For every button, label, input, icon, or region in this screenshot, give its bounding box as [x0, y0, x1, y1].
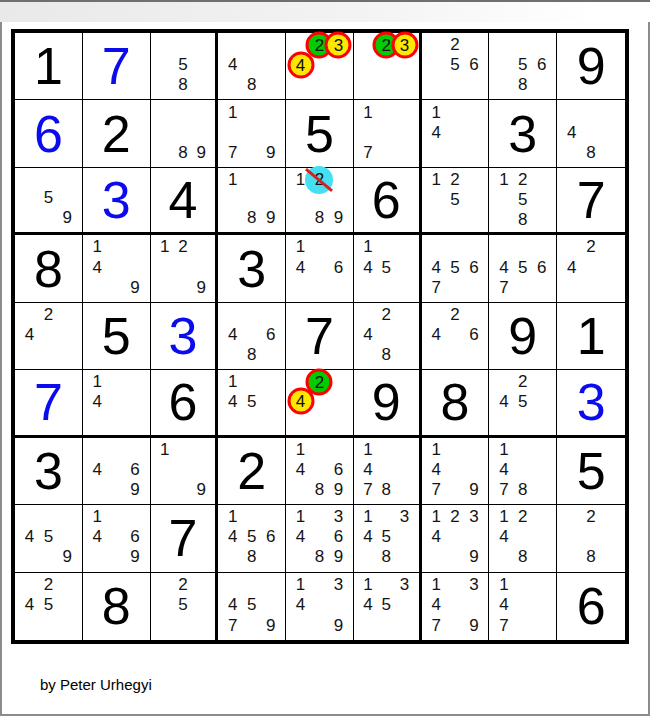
given-digit: 3 — [34, 445, 63, 497]
cell-r5c8[interactable]: 9 — [489, 303, 557, 370]
pencilmark-slot-3 — [465, 305, 484, 325]
pencilmark-slot-7 — [20, 345, 39, 365]
candidate-digit: 8 — [315, 208, 324, 228]
given-digit: 6 — [577, 580, 606, 632]
pencilmark-slot-9: 9 — [192, 143, 210, 163]
pencilmark-slot-6: 6 — [465, 257, 484, 277]
pencilmarks: 234 — [286, 33, 353, 99]
pencilmark-slot-4: 4 — [427, 527, 446, 547]
candidate-digit: 4 — [296, 258, 305, 278]
pencilmark-slot-5 — [581, 257, 600, 277]
cell-r8c9[interactable]: 28 — [557, 505, 625, 572]
cell-r9c4[interactable]: 4579 — [218, 573, 286, 640]
pencilmarks: 14 — [422, 100, 489, 166]
pencilmarks: 28 — [557, 505, 625, 571]
pencilmark-slot-4: 4 — [291, 257, 310, 277]
cell-r7c5[interactable]: 14689 — [286, 438, 354, 505]
cell-r7c7[interactable]: 1479 — [422, 438, 490, 505]
pencilmark-slot-2 — [377, 237, 395, 257]
cell-r5c3[interactable]: 3 — [151, 303, 219, 370]
pencilmark-slot-8 — [174, 616, 192, 636]
pencilmark-slot-2 — [39, 170, 58, 188]
pencilmarks: 14689 — [286, 438, 353, 504]
pencilmark-slot-5 — [310, 257, 329, 277]
cell-r5c5[interactable]: 7 — [286, 303, 354, 370]
pencilmark-slot-9 — [465, 75, 484, 95]
cell-r9c5[interactable]: 1349 — [286, 573, 354, 640]
pencilmark-slot-4: 4 — [291, 392, 310, 411]
cell-r4c2[interactable]: 149 — [83, 235, 151, 302]
given-digit: 2 — [237, 445, 266, 497]
pencilmark-slot-6 — [532, 527, 551, 547]
cell-r3c1[interactable]: 59 — [15, 168, 83, 235]
pencilmark-slot-3 — [532, 440, 551, 460]
cell-r5c9[interactable]: 1 — [557, 303, 625, 370]
pencilmark-slot-8 — [446, 75, 465, 95]
cell-r9c8[interactable]: 147 — [489, 573, 557, 640]
cell-r9c6[interactable]: 1345 — [354, 573, 422, 640]
pencilmark-slot-1: 1 — [427, 102, 446, 122]
cell-r4c1[interactable]: 8 — [15, 235, 83, 302]
pencilmark-slot-7 — [156, 75, 174, 95]
pencilmark-slot-3: 3 — [395, 575, 413, 595]
candidate-digit: 1 — [499, 575, 508, 595]
cell-r3c5[interactable]: 1289 — [286, 168, 354, 235]
puzzle-credit: by Peter Urhegyi — [40, 676, 152, 693]
candidate-digit: 4 — [499, 527, 508, 547]
cell-r7c4[interactable]: 2 — [218, 438, 286, 505]
pencilmark-slot-7 — [562, 547, 581, 567]
pencilmark-slot-5: 5 — [39, 527, 58, 547]
pencilmark-slot-8 — [446, 210, 465, 228]
given-digit: 4 — [168, 174, 197, 226]
pencilmark-slot-7 — [20, 208, 39, 228]
pencilmark-slot-7 — [20, 547, 39, 567]
pencilmarks: 17 — [354, 100, 419, 166]
pencilmark-slot-2 — [107, 372, 126, 392]
solved-digit: 3 — [168, 310, 197, 362]
given-digit: 3 — [508, 108, 537, 160]
cell-r1c2[interactable]: 7 — [83, 33, 151, 100]
pencilmark-slot-8: 8 — [310, 208, 329, 228]
candidate-digit: 6 — [334, 460, 343, 480]
candidate-digit: 7 — [228, 143, 237, 163]
pencilmark-slot-3: 3 — [329, 507, 348, 527]
pencilmarks: 149 — [83, 235, 150, 301]
candidate-digit: 9 — [266, 143, 275, 163]
candidate-digit: 1 — [160, 237, 169, 257]
pencilmark-slot-6 — [126, 392, 145, 412]
pencilmark-slot-6: 6 — [465, 325, 484, 345]
pencilmark-slot-1: 1 — [359, 575, 377, 595]
pencilmark-slot-1 — [20, 170, 39, 188]
cell-r2c7[interactable]: 14 — [422, 100, 490, 167]
candidate-digit: 9 — [130, 547, 139, 567]
pencilmark-slot-9 — [601, 143, 620, 163]
pencilmark-slot-2 — [242, 372, 261, 392]
pencilmark-slot-8 — [513, 616, 532, 636]
candidate-digit: 2 — [44, 575, 53, 595]
cell-r7c3[interactable]: 19 — [151, 438, 219, 505]
cell-r1c8[interactable]: 568 — [489, 33, 557, 100]
pencilmarks: 4567 — [422, 235, 489, 301]
pencilmarks: 1258 — [489, 168, 556, 232]
cell-r4c4[interactable]: 3 — [218, 235, 286, 302]
cell-r9c7[interactable]: 13479 — [422, 573, 490, 640]
candidate-digit: 2 — [586, 507, 595, 527]
candidate-digit: 4 — [296, 460, 305, 480]
candidate-digit: 4 — [363, 325, 372, 345]
pencilmark-slot-8: 8 — [310, 480, 329, 500]
cell-r1c6[interactable]: 23 — [354, 33, 422, 100]
cell-r5c7[interactable]: 246 — [422, 303, 490, 370]
pencilmark-slot-8: 8 — [377, 547, 395, 567]
candidate-digit: 5 — [247, 595, 256, 615]
candidate-digit: 4 — [92, 392, 101, 412]
pencilmark-slot-3 — [261, 35, 280, 55]
pencilmark-slot-9: 9 — [329, 616, 348, 636]
cell-r7c8[interactable]: 1478 — [489, 438, 557, 505]
pencilmark-slot-5 — [513, 460, 532, 480]
candidate-digit: 9 — [63, 208, 72, 228]
cell-r1c9[interactable]: 9 — [557, 33, 625, 100]
candidate-digit: 1 — [296, 575, 305, 595]
candidate-digit: 1 — [92, 372, 101, 392]
pencilmarks: 4579 — [218, 573, 285, 640]
cell-r6c6[interactable]: 9 — [354, 370, 422, 437]
pencilmark-slot-1: 1 — [156, 237, 174, 257]
given-digit: 7 — [305, 310, 334, 362]
pencilmark-slot-4: 4 — [562, 123, 581, 143]
pencilmark-slot-6 — [192, 257, 210, 277]
cell-r4c5[interactable]: 146 — [286, 235, 354, 302]
candidate-digit: 4 — [92, 258, 101, 278]
pencilmark-slot-5 — [513, 595, 532, 615]
cell-r4c6[interactable]: 145 — [354, 235, 422, 302]
cell-r9c9[interactable]: 6 — [557, 573, 625, 640]
pencilmark-slot-1: 1 — [359, 237, 377, 257]
pencilmark-slot-7 — [88, 480, 107, 500]
pencilmark-slot-7 — [562, 143, 581, 163]
cell-r8c7[interactable]: 12349 — [422, 505, 490, 572]
pencilmark-slot-8: 8 — [513, 480, 532, 500]
cell-r9c3[interactable]: 25 — [151, 573, 219, 640]
candidate-digit: 4 — [431, 258, 440, 278]
cell-r6c9[interactable]: 3 — [557, 370, 625, 437]
cell-r9c2[interactable]: 8 — [83, 573, 151, 640]
candidate-digit: 1 — [363, 507, 372, 527]
pencilmark-slot-4: 4 — [223, 527, 242, 547]
candidate-digit: 4 — [499, 595, 508, 615]
pencilmark-slot-4 — [427, 55, 446, 75]
cell-r1c4[interactable]: 48 — [218, 33, 286, 100]
pencilmark-slot-7 — [156, 278, 174, 298]
pencilmark-slot-2: 2 — [377, 305, 395, 325]
pencilmark-slot-4: 4 — [291, 460, 310, 480]
candidate-digit: 4 — [431, 595, 440, 615]
cell-r2c3[interactable]: 89 — [151, 100, 219, 167]
cell-r7c6[interactable]: 1478 — [354, 438, 422, 505]
pencilmark-slot-2 — [513, 237, 532, 257]
cell-r1c7[interactable]: 256 — [422, 33, 490, 100]
cell-r3c4[interactable]: 189 — [218, 168, 286, 235]
pencilmarks: 568 — [489, 33, 556, 99]
pencilmark-slot-8 — [107, 278, 126, 298]
pencilmark-slot-4 — [20, 188, 39, 208]
cell-r5c1[interactable]: 24 — [15, 303, 83, 370]
pencilmarks: 245 — [489, 370, 556, 434]
candidate-digit: 5 — [247, 527, 256, 547]
pencilmark-slot-5 — [446, 123, 465, 143]
cell-r1c3[interactable]: 58 — [151, 33, 219, 100]
cell-r2c2[interactable]: 2 — [83, 100, 151, 167]
candidate-digit: 8 — [518, 75, 527, 95]
cell-r2c5[interactable]: 5 — [286, 100, 354, 167]
given-digit: 7 — [577, 174, 606, 226]
pencilmark-slot-4 — [359, 55, 377, 75]
pencilmarks: 24 — [286, 370, 353, 434]
pencilmark-slot-3 — [395, 440, 413, 460]
cell-r8c4[interactable]: 14568 — [218, 505, 286, 572]
cell-r6c5[interactable]: 24 — [286, 370, 354, 437]
cell-r6c3[interactable]: 6 — [151, 370, 219, 437]
given-digit: 3 — [237, 243, 266, 295]
candidate-digit: 7 — [431, 278, 440, 298]
candidate-digit: 6 — [469, 55, 478, 75]
pencilmark-slot-4: 4 — [427, 257, 446, 277]
cell-r6c4[interactable]: 145 — [218, 370, 286, 437]
candidate-digit: 7 — [431, 616, 440, 636]
given-digit: 1 — [34, 40, 63, 92]
pencilmark-slot-5: 5 — [39, 188, 58, 208]
pencilmark-slot-2 — [446, 575, 465, 595]
cell-r8c2[interactable]: 1469 — [83, 505, 151, 572]
cell-r7c2[interactable]: 469 — [83, 438, 151, 505]
pencilmark-slot-9: 9 — [58, 547, 77, 567]
cell-r3c8[interactable]: 1258 — [489, 168, 557, 235]
pencilmark-slot-7 — [359, 616, 377, 636]
cell-r2c4[interactable]: 179 — [218, 100, 286, 167]
cell-r6c7[interactable]: 8 — [422, 370, 490, 437]
pencilmark-slot-4: 4 — [427, 460, 446, 480]
pencilmark-slot-6: 6 — [261, 325, 280, 345]
pencilmark-slot-5 — [39, 325, 58, 345]
pencilmark-slot-4: 4 — [223, 595, 242, 615]
candidate-digit: 5 — [178, 595, 187, 615]
cell-r3c2[interactable]: 3 — [83, 168, 151, 235]
pencilmark-slot-2 — [377, 440, 395, 460]
cell-r7c1[interactable]: 3 — [15, 438, 83, 505]
pencilmark-slot-2 — [513, 575, 532, 595]
pencilmark-slot-1 — [562, 507, 581, 527]
circled-candidate-yellow: 3 — [391, 32, 418, 59]
candidate-digit: 4 — [363, 258, 372, 278]
cell-r8c5[interactable]: 134689 — [286, 505, 354, 572]
pencilmarks: 89 — [151, 100, 216, 166]
pencilmarks: 469 — [83, 438, 150, 504]
pencilmark-slot-7 — [427, 75, 446, 95]
pencilmark-slot-3 — [395, 237, 413, 257]
cell-r2c1[interactable]: 6 — [15, 100, 83, 167]
pencilmark-slot-4: 4 — [494, 460, 513, 480]
sudoku-grid: 1758482342325656896289179517143485934189… — [11, 29, 629, 644]
candidate-digit: 2 — [518, 372, 527, 392]
cell-r5c6[interactable]: 248 — [354, 303, 422, 370]
pencilmark-slot-2 — [242, 305, 261, 325]
pencilmark-slot-6 — [192, 595, 210, 615]
pencilmark-slot-4: 4 — [88, 392, 107, 412]
given-digit: 9 — [577, 40, 606, 92]
pencilmark-slot-6 — [261, 190, 280, 208]
pencilmark-slot-7 — [494, 75, 513, 95]
candidate-digit: 8 — [382, 345, 391, 365]
pencilmark-slot-3 — [465, 237, 484, 257]
pencilmark-slot-9: 9 — [58, 208, 77, 228]
pencilmark-slot-7 — [223, 412, 242, 430]
cell-r1c5[interactable]: 234 — [286, 33, 354, 100]
cell-r2c9[interactable]: 48 — [557, 100, 625, 167]
pencilmark-slot-5: 5 — [446, 257, 465, 277]
cell-r8c6[interactable]: 13458 — [354, 505, 422, 572]
pencilmark-slot-3 — [329, 237, 348, 257]
cell-r3c6[interactable]: 6 — [354, 168, 422, 235]
pencilmarks: 48 — [218, 33, 285, 99]
cell-r1c1[interactable]: 1 — [15, 33, 83, 100]
pencilmark-slot-9 — [329, 278, 348, 298]
pencilmark-slot-1 — [156, 35, 174, 55]
pencilmark-slot-5: 5 — [446, 190, 465, 210]
cell-r6c8[interactable]: 245 — [489, 370, 557, 437]
pencilmark-slot-4 — [156, 123, 174, 143]
pencilmark-slot-2 — [446, 440, 465, 460]
pencilmark-slot-9 — [465, 143, 484, 163]
pencilmark-slot-7 — [359, 75, 377, 95]
candidate-digit: 9 — [196, 143, 205, 163]
candidate-digit: 2 — [450, 170, 459, 190]
pencilmark-slot-5: 5 — [377, 257, 395, 277]
pencilmark-slot-4: 4 — [427, 123, 446, 143]
pencilmark-slot-9: 9 — [192, 480, 210, 500]
cell-r9c1[interactable]: 245 — [15, 573, 83, 640]
pencilmark-slot-4: 4 — [427, 325, 446, 345]
pencilmark-slot-3 — [261, 507, 280, 527]
pencilmark-slot-5: 5 — [513, 257, 532, 277]
pencilmark-slot-6 — [261, 55, 280, 75]
pencilmark-slot-2 — [174, 440, 192, 460]
pencilmark-slot-2: 2 — [446, 170, 465, 190]
cell-r3c9[interactable]: 7 — [557, 168, 625, 235]
pencilmarks: 248 — [354, 303, 419, 369]
candidate-digit: 3 — [400, 575, 409, 595]
pencilmark-slot-4 — [156, 595, 174, 615]
pencilmark-slot-9 — [395, 480, 413, 500]
pencilmark-slot-1: 1 — [427, 170, 446, 190]
candidate-digit: 1 — [363, 103, 372, 123]
candidate-digit: 1 — [431, 103, 440, 123]
pencilmark-slot-7 — [223, 208, 242, 228]
pencilmark-slot-6: 6 — [261, 527, 280, 547]
candidate-digit: 4 — [296, 57, 305, 74]
cell-r2c8[interactable]: 3 — [489, 100, 557, 167]
pencilmark-slot-4: 4 — [88, 527, 107, 547]
candidate-digit: 2 — [518, 507, 527, 527]
pencilmark-slot-6 — [465, 190, 484, 210]
pencilmark-slot-6 — [395, 595, 413, 615]
pencilmark-slot-1 — [20, 507, 39, 527]
pencilmark-slot-3 — [126, 372, 145, 392]
pencilmark-slot-4 — [359, 123, 377, 143]
pencilmark-slot-2 — [377, 575, 395, 595]
pencilmark-slot-1: 1 — [223, 102, 242, 122]
pencilmark-slot-7: 7 — [494, 480, 513, 500]
pencilmark-slot-2: 2 — [581, 507, 600, 527]
pencilmark-slot-2 — [446, 102, 465, 122]
cell-r6c2[interactable]: 14 — [83, 370, 151, 437]
pencilmark-slot-9: 9 — [126, 480, 145, 500]
pencilmark-slot-6 — [532, 190, 551, 210]
candidate-digit: 4 — [431, 527, 440, 547]
cell-r8c1[interactable]: 459 — [15, 505, 83, 572]
pencilmark-slot-7: 7 — [427, 278, 446, 298]
cell-r4c8[interactable]: 4567 — [489, 235, 557, 302]
pencilmark-slot-8 — [310, 411, 329, 430]
pencilmark-slot-1: 1 — [494, 575, 513, 595]
pencilmark-slot-4 — [494, 55, 513, 75]
pencilmark-slot-5 — [513, 527, 532, 547]
pencilmark-slot-4: 4 — [494, 595, 513, 615]
candidate-digit: 4 — [228, 392, 237, 412]
cell-r8c8[interactable]: 1248 — [489, 505, 557, 572]
pencilmark-slot-8 — [39, 616, 58, 636]
circled-candidate-yellow: 4 — [287, 52, 314, 79]
cell-r7c9[interactable]: 5 — [557, 438, 625, 505]
pencilmark-slot-2 — [513, 35, 532, 55]
pencilmark-slot-7 — [223, 75, 242, 95]
pencilmarks: 1349 — [286, 573, 353, 640]
pencilmark-slot-7: 7 — [359, 480, 377, 500]
pencilmark-slot-9 — [601, 547, 620, 567]
cell-r8c3[interactable]: 7 — [151, 505, 219, 572]
pencilmark-slot-6 — [465, 123, 484, 143]
pencilmark-slot-9: 9 — [329, 480, 348, 500]
cell-r3c3[interactable]: 4 — [151, 168, 219, 235]
cell-r4c9[interactable]: 24 — [557, 235, 625, 302]
pencilmark-slot-7 — [88, 278, 107, 298]
cell-r6c1[interactable]: 7 — [15, 370, 83, 437]
candidate-digit: 4 — [296, 595, 305, 615]
pencilmark-slot-6 — [532, 460, 551, 480]
pencilmark-slot-5: 5 — [39, 595, 58, 615]
candidate-digit: 1 — [363, 575, 372, 595]
candidate-digit: 7 — [363, 480, 372, 500]
pencilmark-slot-9 — [261, 412, 280, 430]
cell-r5c4[interactable]: 468 — [218, 303, 286, 370]
pencilmark-slot-1 — [223, 35, 242, 55]
cell-r3c7[interactable]: 125 — [422, 168, 490, 235]
cell-r5c2[interactable]: 5 — [83, 303, 151, 370]
cell-r2c6[interactable]: 17 — [354, 100, 422, 167]
pencilmark-slot-7 — [88, 547, 107, 567]
cell-r4c7[interactable]: 4567 — [422, 235, 490, 302]
pencilmark-slot-3 — [601, 102, 620, 122]
given-digit: 8 — [441, 376, 470, 428]
pencilmark-slot-3 — [58, 305, 77, 325]
pencilmark-slot-8 — [377, 616, 395, 636]
pencilmark-slot-4 — [494, 190, 513, 210]
cell-r4c3[interactable]: 129 — [151, 235, 219, 302]
pencilmark-slot-4: 4 — [88, 460, 107, 480]
candidate-digit: 5 — [44, 595, 53, 615]
